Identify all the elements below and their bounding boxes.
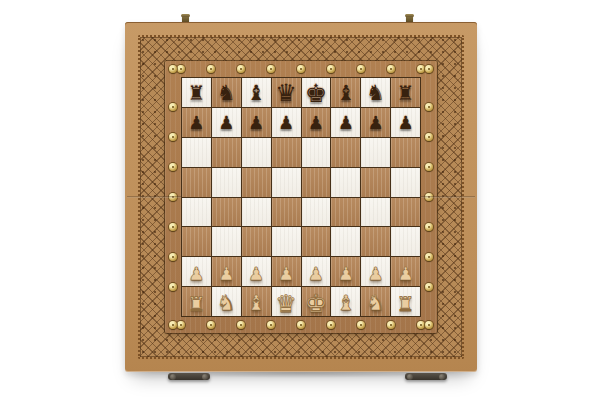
brass-stud bbox=[169, 133, 177, 141]
brass-stud bbox=[237, 321, 245, 329]
carved-lattice-band: ♜♞♝♛♚♝♞♜♟♟♟♟♟♟♟♟♟♟♟♟♟♟♟♟♜♞♝♛♚♝♞♜ bbox=[140, 37, 462, 357]
piece-white-knight[interactable]: ♞ bbox=[217, 293, 236, 314]
piece-black-pawn[interactable]: ♟ bbox=[368, 114, 384, 132]
square-b7[interactable]: ♟ bbox=[212, 108, 241, 137]
brass-stud bbox=[327, 65, 335, 73]
square-g7[interactable]: ♟ bbox=[361, 108, 390, 137]
piece-white-pawn[interactable]: ♟ bbox=[188, 265, 204, 283]
piece-black-pawn[interactable]: ♟ bbox=[338, 114, 354, 132]
square-g3[interactable] bbox=[361, 227, 390, 256]
square-f5[interactable] bbox=[331, 168, 360, 197]
square-c3[interactable] bbox=[242, 227, 271, 256]
brass-stud bbox=[207, 65, 215, 73]
square-f8[interactable]: ♝ bbox=[331, 78, 360, 107]
square-h2[interactable]: ♟ bbox=[391, 257, 420, 286]
piece-white-pawn[interactable]: ♟ bbox=[278, 265, 294, 283]
brass-stud bbox=[177, 321, 185, 329]
square-c2[interactable]: ♟ bbox=[242, 257, 271, 286]
piece-black-bishop[interactable]: ♝ bbox=[247, 83, 266, 104]
piece-black-pawn[interactable]: ♟ bbox=[248, 114, 264, 132]
piece-white-rook[interactable]: ♜ bbox=[187, 294, 205, 314]
piece-white-pawn[interactable]: ♟ bbox=[338, 265, 354, 283]
piece-black-rook[interactable]: ♜ bbox=[397, 83, 415, 103]
brass-stud bbox=[425, 321, 433, 329]
brass-stud bbox=[357, 65, 365, 73]
square-d7[interactable]: ♟ bbox=[272, 108, 301, 137]
square-d6[interactable] bbox=[272, 138, 301, 167]
square-d5[interactable] bbox=[272, 168, 301, 197]
piece-black-bishop[interactable]: ♝ bbox=[336, 83, 355, 104]
square-e1[interactable]: ♚ bbox=[302, 287, 331, 316]
square-a1[interactable]: ♜ bbox=[182, 287, 211, 316]
brass-stud bbox=[177, 65, 185, 73]
brass-stud bbox=[169, 283, 177, 291]
brass-stud bbox=[387, 65, 395, 73]
square-c6[interactable] bbox=[242, 138, 271, 167]
chess-board[interactable]: ♜♞♝♛♚♝♞♜♟♟♟♟♟♟♟♟♟♟♟♟♟♟♟♟♜♞♝♛♚♝♞♜ bbox=[181, 77, 421, 317]
square-e8[interactable]: ♚ bbox=[302, 78, 331, 107]
square-d4[interactable] bbox=[272, 198, 301, 227]
piece-black-knight[interactable]: ♞ bbox=[366, 83, 385, 104]
brass-stud bbox=[425, 283, 433, 291]
square-e6[interactable] bbox=[302, 138, 331, 167]
piece-white-pawn[interactable]: ♟ bbox=[397, 265, 413, 283]
square-h3[interactable] bbox=[391, 227, 420, 256]
square-h4[interactable] bbox=[391, 198, 420, 227]
square-h8[interactable]: ♜ bbox=[391, 78, 420, 107]
brass-stud bbox=[169, 253, 177, 261]
piece-black-knight[interactable]: ♞ bbox=[217, 83, 236, 104]
square-a8[interactable]: ♜ bbox=[182, 78, 211, 107]
piece-white-queen[interactable]: ♛ bbox=[275, 292, 297, 316]
brass-stud bbox=[169, 321, 177, 329]
square-g6[interactable] bbox=[361, 138, 390, 167]
brass-stud bbox=[297, 321, 305, 329]
hinge-left bbox=[168, 373, 210, 380]
square-d8[interactable]: ♛ bbox=[272, 78, 301, 107]
square-b1[interactable]: ♞ bbox=[212, 287, 241, 316]
square-h7[interactable]: ♟ bbox=[391, 108, 420, 137]
square-c4[interactable] bbox=[242, 198, 271, 227]
piece-white-pawn[interactable]: ♟ bbox=[368, 265, 384, 283]
brass-stud bbox=[327, 321, 335, 329]
square-f1[interactable]: ♝ bbox=[331, 287, 360, 316]
brass-stud bbox=[425, 253, 433, 261]
brass-stud bbox=[425, 163, 433, 171]
piece-black-king[interactable]: ♚ bbox=[305, 81, 327, 106]
square-a7[interactable]: ♟ bbox=[182, 108, 211, 137]
square-c5[interactable] bbox=[242, 168, 271, 197]
square-a5[interactable] bbox=[182, 168, 211, 197]
brass-stud bbox=[169, 163, 177, 171]
brass-stud bbox=[417, 321, 425, 329]
square-g8[interactable]: ♞ bbox=[361, 78, 390, 107]
photo-stage: ♜♞♝♛♚♝♞♜♟♟♟♟♟♟♟♟♟♟♟♟♟♟♟♟♜♞♝♛♚♝♞♜ bbox=[0, 0, 600, 400]
piece-black-pawn[interactable]: ♟ bbox=[278, 114, 294, 132]
brass-stud bbox=[297, 65, 305, 73]
square-h6[interactable] bbox=[391, 138, 420, 167]
square-c7[interactable]: ♟ bbox=[242, 108, 271, 137]
piece-black-pawn[interactable]: ♟ bbox=[308, 114, 324, 132]
square-e5[interactable] bbox=[302, 168, 331, 197]
piece-black-rook[interactable]: ♜ bbox=[187, 83, 205, 103]
chess-box: ♜♞♝♛♚♝♞♜♟♟♟♟♟♟♟♟♟♟♟♟♟♟♟♟♜♞♝♛♚♝♞♜ bbox=[125, 22, 477, 372]
piece-white-bishop[interactable]: ♝ bbox=[336, 293, 355, 314]
brass-stud bbox=[169, 103, 177, 111]
square-g4[interactable] bbox=[361, 198, 390, 227]
brass-stud bbox=[425, 223, 433, 231]
piece-white-knight[interactable]: ♞ bbox=[366, 293, 385, 314]
square-b6[interactable] bbox=[212, 138, 241, 167]
piece-black-queen[interactable]: ♛ bbox=[275, 81, 297, 105]
square-h1[interactable]: ♜ bbox=[391, 287, 420, 316]
square-f3[interactable] bbox=[331, 227, 360, 256]
square-f7[interactable]: ♟ bbox=[331, 108, 360, 137]
square-a3[interactable] bbox=[182, 227, 211, 256]
piece-black-pawn[interactable]: ♟ bbox=[218, 114, 234, 132]
square-e2[interactable]: ♟ bbox=[302, 257, 331, 286]
brass-stud bbox=[417, 65, 425, 73]
square-b4[interactable] bbox=[212, 198, 241, 227]
square-d3[interactable] bbox=[272, 227, 301, 256]
square-b8[interactable]: ♞ bbox=[212, 78, 241, 107]
square-c8[interactable]: ♝ bbox=[242, 78, 271, 107]
brass-stud bbox=[425, 133, 433, 141]
hinge-right bbox=[405, 373, 447, 380]
brass-stud bbox=[207, 321, 215, 329]
square-f2[interactable]: ♟ bbox=[331, 257, 360, 286]
carved-bead-border: ♜♞♝♛♚♝♞♜♟♟♟♟♟♟♟♟♟♟♟♟♟♟♟♟♜♞♝♛♚♝♞♜ bbox=[138, 35, 464, 359]
square-e4[interactable] bbox=[302, 198, 331, 227]
piece-black-pawn[interactable]: ♟ bbox=[188, 114, 204, 132]
brass-stud bbox=[425, 103, 433, 111]
piece-white-pawn[interactable]: ♟ bbox=[308, 265, 324, 283]
square-e3[interactable] bbox=[302, 227, 331, 256]
brass-stud bbox=[237, 65, 245, 73]
piece-white-bishop[interactable]: ♝ bbox=[247, 293, 266, 314]
square-b3[interactable] bbox=[212, 227, 241, 256]
brass-stud bbox=[169, 223, 177, 231]
square-a2[interactable]: ♟ bbox=[182, 257, 211, 286]
square-c1[interactable]: ♝ bbox=[242, 287, 271, 316]
piece-black-pawn[interactable]: ♟ bbox=[397, 114, 413, 132]
square-g2[interactable]: ♟ bbox=[361, 257, 390, 286]
square-h5[interactable] bbox=[391, 168, 420, 197]
square-d1[interactable]: ♛ bbox=[272, 287, 301, 316]
piece-white-pawn[interactable]: ♟ bbox=[248, 265, 264, 283]
square-f6[interactable] bbox=[331, 138, 360, 167]
square-a4[interactable] bbox=[182, 198, 211, 227]
square-g5[interactable] bbox=[361, 168, 390, 197]
square-b5[interactable] bbox=[212, 168, 241, 197]
brass-stud bbox=[425, 65, 433, 73]
brass-stud bbox=[169, 65, 177, 73]
square-d2[interactable]: ♟ bbox=[272, 257, 301, 286]
board-frame: ♜♞♝♛♚♝♞♜♟♟♟♟♟♟♟♟♟♟♟♟♟♟♟♟♜♞♝♛♚♝♞♜ bbox=[165, 61, 437, 333]
square-f4[interactable] bbox=[331, 198, 360, 227]
brass-stud bbox=[357, 321, 365, 329]
square-e7[interactable]: ♟ bbox=[302, 108, 331, 137]
square-g1[interactable]: ♞ bbox=[361, 287, 390, 316]
piece-white-rook[interactable]: ♜ bbox=[397, 294, 415, 314]
piece-white-pawn[interactable]: ♟ bbox=[218, 265, 234, 283]
square-a6[interactable] bbox=[182, 138, 211, 167]
brass-stud bbox=[387, 321, 395, 329]
square-b2[interactable]: ♟ bbox=[212, 257, 241, 286]
brass-stud bbox=[267, 65, 275, 73]
brass-stud bbox=[267, 321, 275, 329]
piece-white-king[interactable]: ♚ bbox=[305, 291, 327, 316]
